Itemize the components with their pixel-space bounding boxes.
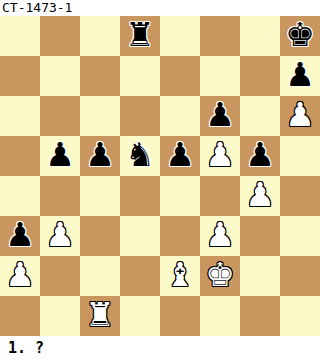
square-g8[interactable]	[240, 16, 280, 56]
white-pawn-piece: ♟	[5, 256, 35, 295]
square-b6[interactable]	[40, 96, 80, 136]
square-a8[interactable]	[0, 16, 40, 56]
square-d1[interactable]	[120, 296, 160, 336]
black-pawn-piece: ♟	[5, 216, 35, 255]
square-d7[interactable]	[120, 56, 160, 96]
square-a2[interactable]: ♟	[0, 256, 40, 296]
white-pawn-piece: ♟	[205, 216, 235, 255]
square-h7[interactable]: ♟	[280, 56, 320, 96]
square-c2[interactable]	[80, 256, 120, 296]
square-g6[interactable]	[240, 96, 280, 136]
square-a6[interactable]	[0, 96, 40, 136]
square-f5[interactable]: ♟	[200, 136, 240, 176]
square-a4[interactable]	[0, 176, 40, 216]
square-e5[interactable]: ♟	[160, 136, 200, 176]
square-h2[interactable]	[280, 256, 320, 296]
square-b8[interactable]	[40, 16, 80, 56]
puzzle-title-bar: CT-1473-1	[0, 0, 320, 16]
square-c5[interactable]: ♟	[80, 136, 120, 176]
square-a5[interactable]	[0, 136, 40, 176]
black-king-piece: ♚	[285, 16, 315, 55]
square-h4[interactable]	[280, 176, 320, 216]
puzzle-id: CT-1473-1	[0, 0, 72, 16]
white-pawn-piece: ♟	[205, 136, 235, 175]
square-e2[interactable]: ♝	[160, 256, 200, 296]
square-b2[interactable]	[40, 256, 80, 296]
square-b1[interactable]	[40, 296, 80, 336]
chess-puzzle-page: CT-1473-1 ♜♚♟♟♟♟♟♞♟♟♟♟♟♟♟♟♝♚♜ 1. ?	[0, 0, 320, 360]
square-h3[interactable]	[280, 216, 320, 256]
square-c1[interactable]: ♜	[80, 296, 120, 336]
square-e4[interactable]	[160, 176, 200, 216]
square-b5[interactable]: ♟	[40, 136, 80, 176]
black-pawn-piece: ♟	[285, 56, 315, 95]
square-h8[interactable]: ♚	[280, 16, 320, 56]
square-f4[interactable]	[200, 176, 240, 216]
square-b4[interactable]	[40, 176, 80, 216]
square-a7[interactable]	[0, 56, 40, 96]
square-f2[interactable]: ♚	[200, 256, 240, 296]
square-g4[interactable]: ♟	[240, 176, 280, 216]
black-pawn-piece: ♟	[245, 136, 275, 175]
square-f3[interactable]: ♟	[200, 216, 240, 256]
white-bishop-piece: ♝	[165, 256, 195, 295]
square-c3[interactable]	[80, 216, 120, 256]
move-prompt: 1. ?	[0, 339, 44, 357]
square-g3[interactable]	[240, 216, 280, 256]
square-c8[interactable]	[80, 16, 120, 56]
square-f6[interactable]: ♟	[200, 96, 240, 136]
square-f7[interactable]	[200, 56, 240, 96]
black-pawn-piece: ♟	[85, 136, 115, 175]
square-g7[interactable]	[240, 56, 280, 96]
square-e3[interactable]	[160, 216, 200, 256]
square-e8[interactable]	[160, 16, 200, 56]
square-f8[interactable]	[200, 16, 240, 56]
black-rook-piece: ♜	[125, 16, 155, 55]
square-h5[interactable]	[280, 136, 320, 176]
black-pawn-piece: ♟	[165, 136, 195, 175]
square-c7[interactable]	[80, 56, 120, 96]
square-g1[interactable]	[240, 296, 280, 336]
white-king-piece: ♚	[205, 256, 235, 295]
square-e6[interactable]	[160, 96, 200, 136]
square-c4[interactable]	[80, 176, 120, 216]
square-d4[interactable]	[120, 176, 160, 216]
square-e7[interactable]	[160, 56, 200, 96]
square-b7[interactable]	[40, 56, 80, 96]
black-pawn-piece: ♟	[45, 136, 75, 175]
square-g5[interactable]: ♟	[240, 136, 280, 176]
square-d6[interactable]	[120, 96, 160, 136]
square-a3[interactable]: ♟	[0, 216, 40, 256]
square-c6[interactable]	[80, 96, 120, 136]
square-e1[interactable]	[160, 296, 200, 336]
caption-bar: 1. ?	[0, 336, 320, 360]
white-pawn-piece: ♟	[245, 176, 275, 215]
black-pawn-piece: ♟	[205, 96, 235, 135]
white-pawn-piece: ♟	[285, 96, 315, 135]
square-d3[interactable]	[120, 216, 160, 256]
square-a1[interactable]	[0, 296, 40, 336]
square-d5[interactable]: ♞	[120, 136, 160, 176]
square-d8[interactable]: ♜	[120, 16, 160, 56]
square-f1[interactable]	[200, 296, 240, 336]
chess-board: ♜♚♟♟♟♟♟♞♟♟♟♟♟♟♟♟♝♚♜	[0, 16, 320, 336]
square-d2[interactable]	[120, 256, 160, 296]
square-b3[interactable]: ♟	[40, 216, 80, 256]
square-h1[interactable]	[280, 296, 320, 336]
square-g2[interactable]	[240, 256, 280, 296]
white-pawn-piece: ♟	[45, 216, 75, 255]
black-knight-piece: ♞	[125, 136, 155, 175]
white-rook-piece: ♜	[85, 296, 115, 335]
square-h6[interactable]: ♟	[280, 96, 320, 136]
